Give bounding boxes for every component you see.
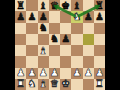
black-pawn[interactable]: ♟ [27, 12, 36, 22]
black-queen[interactable]: ♛ [50, 0, 59, 10]
square-e5[interactable]: ♟ [60, 34, 71, 45]
square-c1[interactable]: ♝ [38, 79, 49, 90]
black-rook[interactable]: ♜ [95, 0, 104, 10]
square-f5[interactable] [71, 34, 82, 45]
square-d7[interactable] [49, 11, 60, 22]
square-d2[interactable]: ♟ [49, 68, 60, 79]
square-e3[interactable] [60, 56, 71, 67]
square-e1[interactable]: ♚ [60, 79, 71, 90]
black-knight[interactable]: ♞ [39, 23, 48, 33]
black-knight[interactable]: ♞ [50, 34, 59, 44]
chess-board[interactable]: ♜♝♛♚♝♜♟♟♟♞♟♟♞♞♟♝♟♟♟♟♟♟♟♜♞♝♛♚♜ [15, 0, 105, 90]
white-pawn[interactable]: ♟ [84, 68, 93, 78]
square-f6[interactable] [71, 23, 82, 34]
square-d4[interactable] [49, 45, 60, 56]
letterbox-right [105, 0, 120, 90]
square-f3[interactable] [71, 56, 82, 67]
square-c6[interactable]: ♞ [38, 23, 49, 34]
square-h3[interactable] [94, 56, 105, 67]
square-b2[interactable]: ♟ [26, 68, 37, 79]
square-b1[interactable]: ♞ [26, 79, 37, 90]
square-d5[interactable]: ♞ [49, 34, 60, 45]
square-c4[interactable]: ♝ [38, 45, 49, 56]
square-c3[interactable] [38, 56, 49, 67]
white-pawn[interactable]: ♟ [95, 68, 104, 78]
square-f2[interactable]: ♟ [71, 68, 82, 79]
square-g5[interactable] [83, 34, 94, 45]
square-c2[interactable]: ♟ [38, 68, 49, 79]
square-b6[interactable] [26, 23, 37, 34]
white-pawn[interactable]: ♟ [27, 68, 36, 78]
white-queen[interactable]: ♛ [50, 79, 59, 89]
square-b4[interactable] [26, 45, 37, 56]
chess-app-screenshot: ♜♝♛♚♝♜♟♟♟♞♟♟♞♞♟♝♟♟♟♟♟♟♟♜♞♝♛♚♜ [0, 0, 120, 90]
black-pawn[interactable]: ♟ [39, 12, 48, 22]
square-e2[interactable] [60, 68, 71, 79]
square-e7[interactable] [60, 11, 71, 22]
white-rook[interactable]: ♜ [16, 79, 25, 89]
square-f1[interactable] [71, 79, 82, 90]
white-bishop[interactable]: ♝ [39, 79, 48, 89]
square-h4[interactable] [94, 45, 105, 56]
square-h6[interactable] [94, 23, 105, 34]
square-e6[interactable] [60, 23, 71, 34]
square-h1[interactable]: ♜ [94, 79, 105, 90]
black-pawn[interactable]: ♟ [95, 12, 104, 22]
square-b8[interactable] [26, 0, 37, 11]
square-b5[interactable] [26, 34, 37, 45]
white-knight[interactable]: ♞ [27, 79, 36, 89]
square-h7[interactable]: ♟ [94, 11, 105, 22]
square-c7[interactable]: ♟ [38, 11, 49, 22]
square-g4[interactable] [83, 45, 94, 56]
square-e4[interactable] [60, 45, 71, 56]
white-pawn[interactable]: ♟ [39, 68, 48, 78]
black-bishop[interactable]: ♝ [72, 0, 81, 10]
letterbox-left [0, 0, 15, 90]
square-d3[interactable] [49, 56, 60, 67]
square-h8[interactable]: ♜ [94, 0, 105, 11]
square-a5[interactable] [15, 34, 26, 45]
square-a2[interactable]: ♟ [15, 68, 26, 79]
square-f4[interactable] [71, 45, 82, 56]
square-g2[interactable]: ♟ [83, 68, 94, 79]
black-king[interactable]: ♚ [61, 0, 70, 10]
black-pawn[interactable]: ♟ [16, 12, 25, 22]
square-a6[interactable] [15, 23, 26, 34]
square-h2[interactable]: ♟ [94, 68, 105, 79]
square-d6[interactable] [49, 23, 60, 34]
square-a3[interactable] [15, 56, 26, 67]
square-d1[interactable]: ♛ [49, 79, 60, 90]
square-g8[interactable] [83, 0, 94, 11]
square-a4[interactable] [15, 45, 26, 56]
square-f8[interactable]: ♝ [71, 0, 82, 11]
square-a7[interactable]: ♟ [15, 11, 26, 22]
board-grid[interactable]: ♜♝♛♚♝♜♟♟♟♞♟♟♞♞♟♝♟♟♟♟♟♟♟♜♞♝♛♚♜ [15, 0, 105, 90]
square-g6[interactable] [83, 23, 94, 34]
square-d8[interactable]: ♛ [49, 0, 60, 11]
square-a1[interactable]: ♜ [15, 79, 26, 90]
white-bishop[interactable]: ♝ [39, 45, 48, 55]
black-pawn[interactable]: ♟ [61, 34, 70, 44]
white-rook[interactable]: ♜ [95, 79, 104, 89]
square-f7[interactable]: ♞ [71, 11, 82, 22]
square-g7[interactable]: ♟ [83, 11, 94, 22]
square-a8[interactable]: ♜ [15, 0, 26, 11]
black-bishop[interactable]: ♝ [39, 0, 48, 10]
white-pawn[interactable]: ♟ [72, 68, 81, 78]
square-g3[interactable] [83, 56, 94, 67]
square-c5[interactable] [38, 34, 49, 45]
square-e8[interactable]: ♚ [60, 0, 71, 11]
black-rook[interactable]: ♜ [16, 0, 25, 10]
white-king[interactable]: ♚ [61, 79, 70, 89]
square-h5[interactable] [94, 34, 105, 45]
square-c8[interactable]: ♝ [38, 0, 49, 11]
black-pawn[interactable]: ♟ [84, 12, 93, 22]
white-knight[interactable]: ♞ [72, 12, 81, 22]
square-b3[interactable] [26, 56, 37, 67]
white-pawn[interactable]: ♟ [50, 68, 59, 78]
square-b7[interactable]: ♟ [26, 11, 37, 22]
white-pawn[interactable]: ♟ [16, 68, 25, 78]
square-g1[interactable] [83, 79, 94, 90]
